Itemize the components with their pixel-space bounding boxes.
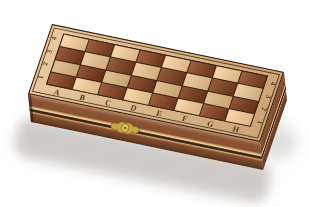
product-photo-stage: ABCDEFGH 4321 4321: [0, 0, 310, 207]
